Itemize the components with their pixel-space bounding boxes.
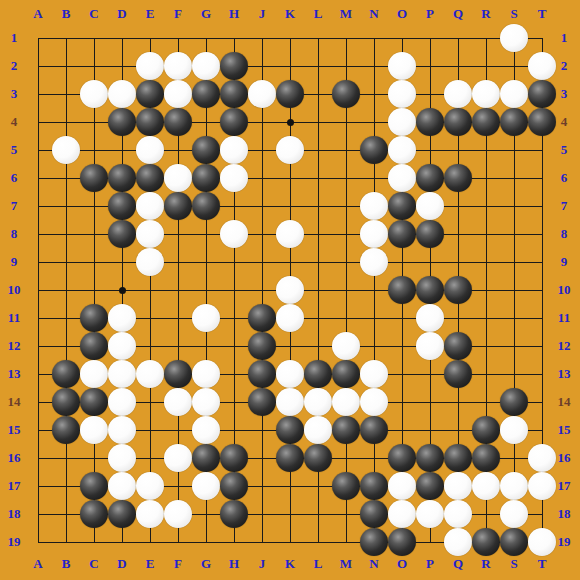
stone-black-D7[interactable] [108,192,136,220]
stone-black-P8[interactable] [416,220,444,248]
col-label-bottom-C: C [89,556,98,572]
row-label-right-2: 2 [561,58,568,74]
stone-black-C11[interactable] [80,304,108,332]
stone-white-N8[interactable] [360,220,388,248]
stone-white-E5[interactable] [136,136,164,164]
row-label-left-5: 5 [11,142,18,158]
stone-black-D18[interactable] [108,500,136,528]
stone-black-D6[interactable] [108,164,136,192]
stone-black-J11[interactable] [248,304,276,332]
stone-black-S14[interactable] [500,388,528,416]
stone-white-F2[interactable] [164,52,192,80]
row-label-left-17: 17 [8,478,21,494]
stone-white-O18[interactable] [388,500,416,528]
stone-black-M17[interactable] [332,472,360,500]
stone-black-B13[interactable] [52,360,80,388]
col-label-top-P: P [426,6,434,22]
stone-black-J12[interactable] [248,332,276,360]
row-label-left-7: 7 [11,198,18,214]
stone-black-K16[interactable] [276,444,304,472]
col-label-top-T: T [538,6,547,22]
stone-white-E9[interactable] [136,248,164,276]
stone-black-O10[interactable] [388,276,416,304]
col-label-bottom-F: F [174,556,182,572]
stone-white-Q18[interactable] [444,500,472,528]
stone-black-N17[interactable] [360,472,388,500]
stone-white-S15[interactable] [500,416,528,444]
stone-white-O4[interactable] [388,108,416,136]
stone-black-C14[interactable] [80,388,108,416]
star-point-D10 [119,287,126,294]
go-board[interactable]: AA11BB22CC33DD44EE55FF66GG77HH88JJ99KK10… [0,0,580,580]
stone-white-D11[interactable] [108,304,136,332]
stone-white-K14[interactable] [276,388,304,416]
col-label-bottom-R: R [481,556,490,572]
stone-black-Q16[interactable] [444,444,472,472]
stone-white-E13[interactable] [136,360,164,388]
stone-black-D4[interactable] [108,108,136,136]
col-label-bottom-M: M [340,556,352,572]
row-label-right-12: 12 [558,338,571,354]
col-label-bottom-A: A [33,556,42,572]
stone-white-O2[interactable] [388,52,416,80]
stone-white-S1[interactable] [500,24,528,52]
stone-white-H6[interactable] [220,164,248,192]
stone-white-P11[interactable] [416,304,444,332]
row-label-right-19: 19 [558,534,571,550]
stone-black-E6[interactable] [136,164,164,192]
stone-white-G17[interactable] [192,472,220,500]
stone-white-N7[interactable] [360,192,388,220]
stone-black-P6[interactable] [416,164,444,192]
row-label-left-4: 4 [11,114,18,130]
col-label-top-J: J [259,6,266,22]
col-label-bottom-B: B [62,556,71,572]
stone-black-G7[interactable] [192,192,220,220]
row-label-left-19: 19 [8,534,21,550]
stone-black-H17[interactable] [220,472,248,500]
stone-black-B15[interactable] [52,416,80,444]
stone-black-R15[interactable] [472,416,500,444]
col-label-top-A: A [33,6,42,22]
col-label-top-N: N [369,6,378,22]
col-label-bottom-G: G [201,556,211,572]
row-label-left-3: 3 [11,86,18,102]
stone-white-B5[interactable] [52,136,80,164]
stone-white-D14[interactable] [108,388,136,416]
row-label-left-2: 2 [11,58,18,74]
stone-white-K5[interactable] [276,136,304,164]
stone-black-J14[interactable] [248,388,276,416]
stone-white-E17[interactable] [136,472,164,500]
stone-black-N5[interactable] [360,136,388,164]
row-label-right-1: 1 [561,30,568,46]
stone-black-M3[interactable] [332,80,360,108]
stone-black-H2[interactable] [220,52,248,80]
stone-black-G5[interactable] [192,136,220,164]
stone-white-K8[interactable] [276,220,304,248]
row-label-right-13: 13 [558,366,571,382]
row-label-left-15: 15 [8,422,21,438]
stone-black-P10[interactable] [416,276,444,304]
col-label-top-B: B [62,6,71,22]
stone-black-K15[interactable] [276,416,304,444]
col-label-bottom-D: D [117,556,126,572]
col-label-bottom-S: S [510,556,517,572]
row-label-left-16: 16 [8,450,21,466]
col-label-bottom-E: E [146,556,155,572]
stone-white-O3[interactable] [388,80,416,108]
col-label-bottom-P: P [426,556,434,572]
stone-white-H5[interactable] [220,136,248,164]
row-label-right-14: 14 [558,394,571,410]
col-label-bottom-T: T [538,556,547,572]
row-label-left-9: 9 [11,254,18,270]
stone-white-O17[interactable] [388,472,416,500]
star-point-K4 [287,119,294,126]
stone-white-E8[interactable] [136,220,164,248]
stone-black-L16[interactable] [304,444,332,472]
stone-white-F18[interactable] [164,500,192,528]
stone-white-J3[interactable] [248,80,276,108]
col-label-bottom-J: J [259,556,266,572]
stone-black-C18[interactable] [80,500,108,528]
stone-white-T2[interactable] [528,52,556,80]
col-label-top-L: L [314,6,323,22]
stone-white-L14[interactable] [304,388,332,416]
stone-white-D15[interactable] [108,416,136,444]
row-label-right-18: 18 [558,506,571,522]
stone-white-D13[interactable] [108,360,136,388]
row-label-right-7: 7 [561,198,568,214]
stone-white-G13[interactable] [192,360,220,388]
stone-black-C12[interactable] [80,332,108,360]
col-label-bottom-K: K [285,556,295,572]
stone-black-M15[interactable] [332,416,360,444]
col-label-bottom-N: N [369,556,378,572]
row-label-left-10: 10 [8,282,21,298]
stone-white-P7[interactable] [416,192,444,220]
col-label-bottom-O: O [397,556,407,572]
col-label-top-Q: Q [453,6,463,22]
col-label-top-C: C [89,6,98,22]
stone-white-E18[interactable] [136,500,164,528]
row-label-left-12: 12 [8,338,21,354]
row-label-right-5: 5 [561,142,568,158]
row-label-left-8: 8 [11,226,18,242]
stone-white-F6[interactable] [164,164,192,192]
row-label-left-13: 13 [8,366,21,382]
col-label-top-D: D [117,6,126,22]
stone-white-F3[interactable] [164,80,192,108]
stone-black-P4[interactable] [416,108,444,136]
stone-black-H4[interactable] [220,108,248,136]
row-label-left-14: 14 [8,394,21,410]
stone-black-E3[interactable] [136,80,164,108]
stone-black-M13[interactable] [332,360,360,388]
stone-white-D17[interactable] [108,472,136,500]
row-label-right-15: 15 [558,422,571,438]
col-label-bottom-Q: Q [453,556,463,572]
stone-black-L13[interactable] [304,360,332,388]
row-label-right-10: 10 [558,282,571,298]
stone-black-G16[interactable] [192,444,220,472]
stone-black-F4[interactable] [164,108,192,136]
stone-white-E2[interactable] [136,52,164,80]
stone-black-E4[interactable] [136,108,164,136]
stone-white-R17[interactable] [472,472,500,500]
col-label-top-O: O [397,6,407,22]
stone-white-E7[interactable] [136,192,164,220]
stone-white-D3[interactable] [108,80,136,108]
col-label-top-M: M [340,6,352,22]
stone-white-K11[interactable] [276,304,304,332]
stone-white-C13[interactable] [80,360,108,388]
stone-black-O8[interactable] [388,220,416,248]
stone-white-O5[interactable] [388,136,416,164]
col-label-top-G: G [201,6,211,22]
row-label-right-17: 17 [558,478,571,494]
grid-line-vertical [374,38,375,543]
row-label-right-4: 4 [561,114,568,130]
stone-white-F14[interactable] [164,388,192,416]
stone-white-K13[interactable] [276,360,304,388]
col-label-bottom-H: H [229,556,239,572]
stone-white-S17[interactable] [500,472,528,500]
stone-white-G14[interactable] [192,388,220,416]
stone-white-O6[interactable] [388,164,416,192]
col-label-top-K: K [285,6,295,22]
stone-white-T16[interactable] [528,444,556,472]
stone-black-N15[interactable] [360,416,388,444]
row-label-right-6: 6 [561,170,568,186]
stone-white-T17[interactable] [528,472,556,500]
stone-black-Q4[interactable] [444,108,472,136]
row-label-right-8: 8 [561,226,568,242]
row-label-left-6: 6 [11,170,18,186]
stone-white-S3[interactable] [500,80,528,108]
row-label-left-1: 1 [11,30,18,46]
stone-white-M14[interactable] [332,388,360,416]
stone-white-R3[interactable] [472,80,500,108]
stone-white-Q17[interactable] [444,472,472,500]
grid-line-vertical [346,38,347,543]
stone-white-Q19[interactable] [444,528,472,556]
row-label-left-18: 18 [8,506,21,522]
stone-black-N18[interactable] [360,500,388,528]
stone-white-G2[interactable] [192,52,220,80]
stone-white-T19[interactable] [528,528,556,556]
stone-black-F7[interactable] [164,192,192,220]
stone-black-H3[interactable] [220,80,248,108]
stone-black-F13[interactable] [164,360,192,388]
col-label-bottom-L: L [314,556,323,572]
stone-black-H18[interactable] [220,500,248,528]
stone-white-L15[interactable] [304,416,332,444]
stone-black-Q10[interactable] [444,276,472,304]
stone-white-M12[interactable] [332,332,360,360]
stone-white-G11[interactable] [192,304,220,332]
col-label-top-H: H [229,6,239,22]
stone-white-C3[interactable] [80,80,108,108]
col-label-top-R: R [481,6,490,22]
stone-black-G6[interactable] [192,164,220,192]
stone-black-R4[interactable] [472,108,500,136]
col-label-top-F: F [174,6,182,22]
stone-white-N9[interactable] [360,248,388,276]
stone-black-O16[interactable] [388,444,416,472]
row-label-right-11: 11 [558,310,570,326]
stone-white-D12[interactable] [108,332,136,360]
stone-black-S4[interactable] [500,108,528,136]
stone-white-G15[interactable] [192,416,220,444]
row-label-right-9: 9 [561,254,568,270]
stone-white-F16[interactable] [164,444,192,472]
stone-black-S19[interactable] [500,528,528,556]
stone-white-N14[interactable] [360,388,388,416]
stone-black-O19[interactable] [388,528,416,556]
stone-white-S18[interactable] [500,500,528,528]
stone-black-Q13[interactable] [444,360,472,388]
stone-black-T4[interactable] [528,108,556,136]
stone-white-C15[interactable] [80,416,108,444]
stone-black-H16[interactable] [220,444,248,472]
stone-white-Q3[interactable] [444,80,472,108]
stone-black-N19[interactable] [360,528,388,556]
stone-black-K3[interactable] [276,80,304,108]
stone-black-R16[interactable] [472,444,500,472]
row-label-right-16: 16 [558,450,571,466]
stone-black-T3[interactable] [528,80,556,108]
row-label-left-11: 11 [8,310,20,326]
stone-black-R19[interactable] [472,528,500,556]
stone-black-B14[interactable] [52,388,80,416]
stone-black-G3[interactable] [192,80,220,108]
col-label-top-E: E [146,6,155,22]
stone-black-P17[interactable] [416,472,444,500]
stone-white-P12[interactable] [416,332,444,360]
stone-black-C17[interactable] [80,472,108,500]
stone-black-P16[interactable] [416,444,444,472]
stone-white-N13[interactable] [360,360,388,388]
stone-black-Q6[interactable] [444,164,472,192]
stone-black-J13[interactable] [248,360,276,388]
stone-white-K10[interactable] [276,276,304,304]
stone-black-O7[interactable] [388,192,416,220]
col-label-top-S: S [510,6,517,22]
row-label-right-3: 3 [561,86,568,102]
stone-black-C6[interactable] [80,164,108,192]
stone-white-D16[interactable] [108,444,136,472]
stone-black-Q12[interactable] [444,332,472,360]
stone-white-P18[interactable] [416,500,444,528]
stone-white-H8[interactable] [220,220,248,248]
stone-black-D8[interactable] [108,220,136,248]
